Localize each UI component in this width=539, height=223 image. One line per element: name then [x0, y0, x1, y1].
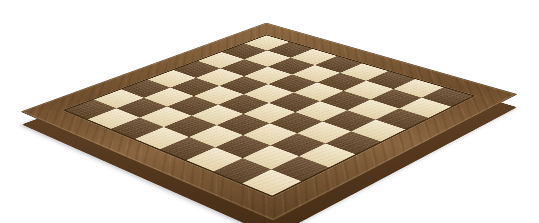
square-h7	[399, 98, 451, 118]
square-h2	[271, 156, 329, 181]
square-c1	[111, 117, 164, 138]
square-g1	[214, 158, 272, 183]
square-f1	[186, 147, 242, 171]
square-g4	[297, 121, 351, 143]
square-h4	[326, 131, 381, 154]
square-e1	[160, 137, 215, 160]
square-h6	[376, 108, 429, 129]
square-f4	[270, 112, 323, 133]
square-e3	[217, 114, 270, 135]
square-g2	[243, 145, 299, 169]
product-photo	[0, 0, 539, 223]
board-grid	[65, 35, 472, 195]
square-d2	[164, 116, 217, 137]
square-f2	[215, 135, 270, 158]
square-d1	[135, 127, 189, 149]
square-g5	[323, 110, 376, 131]
square-e2	[189, 125, 243, 147]
square-b1	[88, 108, 140, 129]
square-f3	[243, 123, 297, 145]
chess-board	[20, 23, 517, 221]
square-g6	[347, 99, 399, 119]
square-h3	[299, 143, 355, 167]
square-h1	[242, 169, 301, 195]
square-e4	[243, 103, 295, 123]
board-trim	[63, 35, 476, 198]
square-c2	[140, 107, 192, 127]
square-d3	[192, 105, 244, 125]
square-h5	[351, 120, 405, 142]
square-g3	[270, 133, 325, 156]
square-f5	[295, 101, 347, 121]
board-frame	[20, 23, 517, 221]
board-scene	[0, 0, 539, 223]
